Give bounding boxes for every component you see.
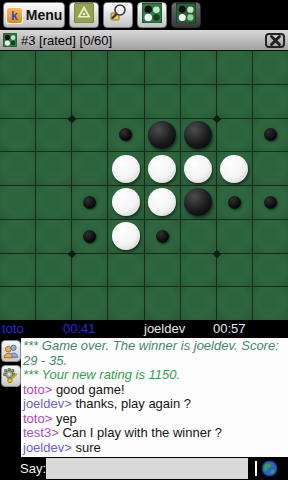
chat-message: joeldev> sure — [23, 441, 285, 456]
game-title: #3 [rated] [0/60] — [21, 33, 265, 48]
chat-nick: joeldev> — [23, 396, 75, 411]
cell-a7[interactable] — [0, 254, 35, 287]
cell-b6[interactable] — [36, 220, 71, 253]
cell-e8[interactable] — [145, 287, 180, 320]
chat-message: joeldev> thanks, play again ? — [23, 397, 285, 412]
cell-g8[interactable] — [217, 287, 252, 320]
players-list-button[interactable] — [1, 340, 21, 362]
cell-g5[interactable] — [217, 186, 252, 219]
cell-a6[interactable] — [0, 220, 35, 253]
games-list-button[interactable] — [69, 2, 99, 28]
active-board-tab-button[interactable] — [171, 2, 201, 28]
cell-d4[interactable] — [108, 152, 143, 185]
black-player-clock: 00:41 — [63, 320, 96, 338]
seek-button[interactable] — [103, 2, 133, 28]
active-board-icon — [176, 3, 196, 27]
cell-h1[interactable] — [253, 51, 288, 84]
cell-a2[interactable] — [0, 85, 35, 118]
cell-b1[interactable] — [36, 51, 71, 84]
chat-message: toto> yep — [23, 412, 285, 427]
white-disc — [184, 155, 212, 183]
gear-key-icon — [3, 368, 19, 384]
cell-c3[interactable] — [72, 119, 107, 152]
cell-c8[interactable] — [72, 287, 107, 320]
cell-f2[interactable] — [181, 85, 216, 118]
legal-move-dot — [83, 196, 96, 209]
settings-tools-button[interactable] — [1, 365, 21, 387]
say-bar: Say: — [0, 457, 288, 480]
legal-move-dot — [83, 230, 96, 243]
white-player-clock: 00:57 — [213, 320, 246, 338]
say-label: Say: — [20, 457, 46, 480]
text-cursor — [255, 461, 257, 476]
cell-a5[interactable] — [0, 186, 35, 219]
board-tab-button[interactable] — [137, 2, 167, 28]
chat-messages: *** Game over. The winner is joeldev. Sc… — [23, 339, 285, 455]
legal-move-dot — [264, 128, 277, 141]
cell-h5[interactable] — [253, 186, 288, 219]
cell-c7[interactable] — [72, 254, 107, 287]
cell-h2[interactable] — [253, 85, 288, 118]
close-game-button[interactable] — [265, 33, 285, 48]
board-icon — [142, 3, 162, 27]
app-screen: k Menu #3 [rated] [0/60] — [0, 0, 288, 480]
cell-a3[interactable] — [0, 119, 35, 152]
cell-h3[interactable] — [253, 119, 288, 152]
white-disc — [148, 155, 176, 183]
white-disc — [112, 155, 140, 183]
cell-b4[interactable] — [36, 152, 71, 185]
cell-a1[interactable] — [0, 51, 35, 84]
cell-f6[interactable] — [181, 220, 216, 253]
cell-c2[interactable] — [72, 85, 107, 118]
close-icon — [270, 35, 281, 46]
toolbar: k Menu — [0, 0, 288, 30]
cell-g3[interactable] — [217, 119, 252, 152]
system-message: *** Your new rating is 1150. — [23, 368, 285, 383]
cell-h7[interactable] — [253, 254, 288, 287]
cell-d3[interactable] — [108, 119, 143, 152]
chat-input[interactable] — [46, 458, 248, 479]
cell-e1[interactable] — [145, 51, 180, 84]
game-board-icon — [3, 33, 17, 47]
white-disc — [112, 222, 140, 250]
chat-message: toto> good game! — [23, 383, 285, 398]
legal-move-dot — [228, 196, 241, 209]
cell-c1[interactable] — [72, 51, 107, 84]
cell-e7[interactable] — [145, 254, 180, 287]
system-message: *** Game over. The winner is joeldev. Sc… — [23, 339, 285, 368]
chat-message: test3> Can I play with the winner ? — [23, 426, 285, 441]
cell-f1[interactable] — [181, 51, 216, 84]
cell-f3[interactable] — [181, 119, 216, 152]
cell-g2[interactable] — [217, 85, 252, 118]
cell-c5[interactable] — [72, 186, 107, 219]
chat-nick: test3> — [23, 425, 62, 440]
chat-nick: joeldev> — [23, 440, 75, 455]
legal-move-dot — [264, 196, 277, 209]
menu-button[interactable]: k Menu — [3, 2, 65, 28]
black-disc — [184, 188, 212, 216]
cell-e3[interactable] — [145, 119, 180, 152]
cell-a4[interactable] — [0, 152, 35, 185]
cell-e5[interactable] — [145, 186, 180, 219]
cell-g1[interactable] — [217, 51, 252, 84]
game-title-bar: #3 [rated] [0/60] — [0, 30, 288, 50]
cell-f7[interactable] — [181, 254, 216, 287]
cell-g6[interactable] — [217, 220, 252, 253]
cell-d2[interactable] — [108, 85, 143, 118]
cell-h6[interactable] — [253, 220, 288, 253]
white-disc — [148, 188, 176, 216]
cell-d8[interactable] — [108, 287, 143, 320]
cell-d7[interactable] — [108, 254, 143, 287]
chat-panel: *** Game over. The winner is joeldev. Sc… — [0, 338, 288, 457]
cell-f8[interactable] — [181, 287, 216, 320]
cell-h4[interactable] — [253, 152, 288, 185]
cell-e4[interactable] — [145, 152, 180, 185]
white-disc — [220, 155, 248, 183]
cell-b7[interactable] — [36, 254, 71, 287]
cell-d6[interactable] — [108, 220, 143, 253]
chat-sidebar — [0, 338, 21, 457]
cell-g7[interactable] — [217, 254, 252, 287]
people-icon — [3, 343, 19, 359]
seek-graph-icon — [108, 3, 128, 27]
cell-b3[interactable] — [36, 119, 71, 152]
app-logo-icon: k — [6, 7, 23, 24]
cell-c4[interactable] — [72, 152, 107, 185]
board[interactable] — [0, 50, 288, 320]
cell-f4[interactable] — [181, 152, 216, 185]
games-list-icon — [74, 3, 94, 27]
menu-button-label: Menu — [26, 7, 63, 23]
cell-e2[interactable] — [145, 85, 180, 118]
black-disc — [148, 121, 176, 149]
legal-move-dot — [119, 128, 132, 141]
white-disc — [112, 188, 140, 216]
cell-h8[interactable] — [253, 287, 288, 320]
legal-move-dot — [156, 230, 169, 243]
black-disc — [184, 121, 212, 149]
white-player-name: joeldev — [144, 320, 185, 338]
cell-a8[interactable] — [0, 287, 35, 320]
cell-g4[interactable] — [217, 152, 252, 185]
cell-b2[interactable] — [36, 85, 71, 118]
cell-d5[interactable] — [108, 186, 143, 219]
cell-d1[interactable] — [108, 51, 143, 84]
player-status-bar: toto 00:41 joeldev 00:57 — [0, 320, 288, 338]
chat-nick: toto> — [23, 382, 56, 397]
cell-b5[interactable] — [36, 186, 71, 219]
cell-c6[interactable] — [72, 220, 107, 253]
globe-icon[interactable] — [261, 460, 278, 477]
black-player-name: toto — [2, 320, 24, 338]
cell-b8[interactable] — [36, 287, 71, 320]
chat-nick: toto> — [23, 411, 56, 426]
cell-f5[interactable] — [181, 186, 216, 219]
cell-e6[interactable] — [145, 220, 180, 253]
